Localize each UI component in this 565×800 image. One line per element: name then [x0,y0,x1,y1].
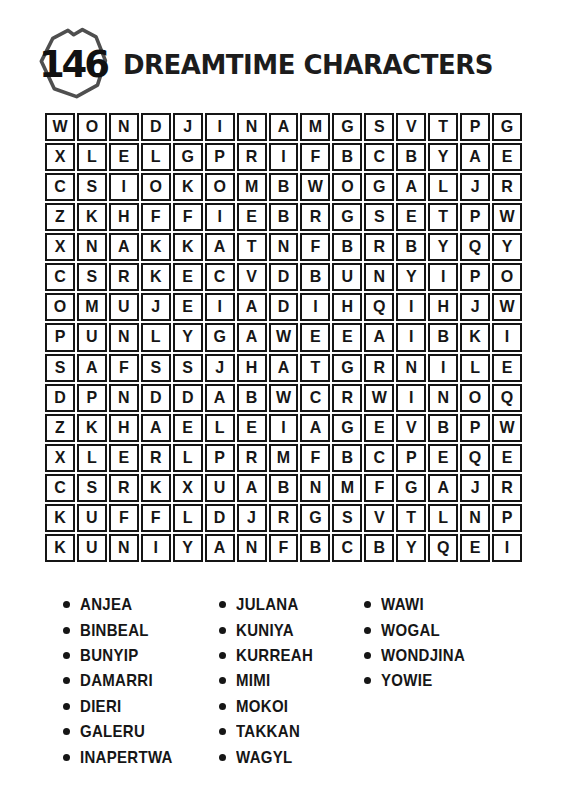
grid-cell[interactable]: V [396,113,426,141]
grid-cell[interactable]: I [492,534,522,562]
grid-letter: N [374,269,386,286]
grid-cell[interactable]: A [237,474,267,502]
grid-cell[interactable]: I [428,354,458,382]
grid-letter: R [501,179,513,196]
grid-cell[interactable]: E [492,143,522,171]
grid-cell[interactable]: J [460,293,490,321]
grid-cell[interactable]: F [109,504,139,532]
grid-cell[interactable]: E [237,414,267,442]
grid-cell[interactable]: D [269,293,299,321]
grid-cell[interactable]: J [141,293,171,321]
grid-cell[interactable]: O [460,384,490,412]
grid-cell[interactable]: Y [173,534,203,562]
grid-cell[interactable]: G [396,474,426,502]
grid-cell[interactable]: I [269,414,299,442]
grid-cell[interactable]: S [77,263,107,291]
bullet-icon [219,754,226,761]
grid-cell[interactable]: C [364,143,394,171]
grid-letter: Z [55,419,65,436]
word-list-item: INAPERTWA [63,744,173,769]
grid-letter: Q [469,449,481,466]
word-label: JULANA [236,596,299,614]
grid-cell[interactable]: W [364,384,394,412]
bullet-icon [219,677,226,684]
grid-cell[interactable]: M [332,474,362,502]
grid-letter: I [122,179,126,196]
grid-cell[interactable]: A [396,173,426,201]
grid-letter: P [214,449,225,466]
grid-letter: I [409,299,413,316]
grid-cell[interactable]: A [460,143,490,171]
grid-cell[interactable]: B [300,263,330,291]
grid-cell[interactable]: N [364,263,394,291]
grid-cell[interactable]: R [364,354,394,382]
grid-cell[interactable]: V [364,504,394,532]
grid-letter: E [118,449,129,466]
grid-cell[interactable]: O [141,173,171,201]
grid-cell[interactable]: G [332,414,362,442]
grid-cell[interactable]: E [428,444,458,472]
grid-letter: G [501,119,513,136]
grid-cell[interactable]: U [109,293,139,321]
grid-cell[interactable]: A [205,233,235,261]
grid-letter: A [246,329,258,346]
grid-letter: R [246,149,258,166]
grid-cell[interactable]: A [237,323,267,351]
grid-cell[interactable]: G [364,173,394,201]
grid-letter: Y [438,149,449,166]
grid-cell[interactable]: E [492,354,522,382]
grid-cell[interactable]: Y [428,143,458,171]
grid-cell[interactable]: A [237,293,267,321]
grid-cell[interactable]: B [269,203,299,231]
grid-cell[interactable]: P [460,113,490,141]
grid-cell[interactable]: P [396,444,426,472]
grid-cell[interactable]: A [205,384,235,412]
grid-letter: J [215,359,224,376]
grid-cell[interactable]: H [109,203,139,231]
grid-cell[interactable]: Y [396,263,426,291]
grid-cell[interactable]: L [205,414,235,442]
grid-cell[interactable]: B [332,444,362,472]
grid-cell[interactable]: J [460,474,490,502]
grid-cell[interactable]: E [396,203,426,231]
grid-letter: K [182,239,194,256]
grid-cell[interactable]: H [428,293,458,321]
grid-cell[interactable]: E [332,323,362,351]
grid-cell[interactable]: E [492,444,522,472]
grid-cell[interactable]: B [300,534,330,562]
grid-cell[interactable]: R [141,444,171,472]
grid-cell[interactable]: X [45,444,75,472]
grid-cell[interactable]: A [428,474,458,502]
grid-cell[interactable]: N [109,323,139,351]
grid-letter: H [342,299,354,316]
grid-cell[interactable]: E [300,323,330,351]
grid-letter: V [406,419,417,436]
grid-cell[interactable]: E [109,143,139,171]
grid-cell[interactable]: K [77,414,107,442]
grid-letter: F [151,209,161,226]
word-label: WONDJINA [381,646,465,664]
grid-cell[interactable]: S [141,354,171,382]
grid-cell[interactable]: B [332,233,362,261]
grid-cell[interactable]: K [45,534,75,562]
grid-cell[interactable]: E [237,203,267,231]
grid-cell[interactable]: C [300,384,330,412]
grid-cell[interactable]: K [141,474,171,502]
grid-cell[interactable]: F [364,474,394,502]
grid-cell[interactable]: O [205,173,235,201]
grid-cell[interactable]: F [269,534,299,562]
grid-cell[interactable]: B [428,323,458,351]
grid-cell[interactable]: H [237,354,267,382]
grid-letter: N [469,509,481,526]
grid-cell[interactable]: U [77,534,107,562]
grid-cell[interactable]: Q [460,444,490,472]
grid-cell[interactable]: C [45,263,75,291]
grid-cell[interactable]: B [396,143,426,171]
grid-cell[interactable]: P [77,384,107,412]
grid-cell[interactable]: I [396,384,426,412]
grid-cell[interactable]: C [45,173,75,201]
grid-letter: N [278,239,290,256]
grid-letter: I [441,269,445,286]
grid-cell[interactable]: E [173,414,203,442]
grid-cell[interactable]: S [77,474,107,502]
grid-cell[interactable]: Y [492,233,522,261]
grid-cell[interactable]: N [460,504,490,532]
grid-cell[interactable]: J [205,354,235,382]
grid-cell[interactable]: I [396,293,426,321]
grid-cell[interactable]: R [269,504,299,532]
grid-cell[interactable]: N [237,113,267,141]
grid-cell[interactable]: N [109,384,139,412]
grid-letter: R [310,209,322,226]
grid-letter: B [437,419,449,436]
word-list-column: WAWIWOGALWONDJINAYOWIE [364,592,465,694]
grid-cell[interactable]: J [460,173,490,201]
grid-cell[interactable]: P [460,414,490,442]
grid-cell[interactable]: D [269,263,299,291]
grid-letter: I [505,329,509,346]
grid-cell[interactable]: B [237,384,267,412]
grid-letter: A [246,479,258,496]
grid-cell[interactable]: L [460,354,490,382]
grid-cell[interactable]: R [492,474,522,502]
grid-cell[interactable]: P [460,203,490,231]
grid-cell[interactable]: L [428,173,458,201]
grid-cell[interactable]: T [300,354,330,382]
grid-letter: B [437,329,449,346]
grid-letter: D [150,389,162,406]
grid-letter: B [310,269,322,286]
grid-cell[interactable]: F [173,203,203,231]
grid-cell[interactable]: T [428,113,458,141]
grid-cell[interactable]: J [173,113,203,141]
puzzle-page: 146 DREAMTIME CHARACTERS WONDJINAMGSVTPG… [0,0,565,800]
grid-cell[interactable]: K [460,323,490,351]
word-list-item: JULANA [219,592,313,617]
grid-cell[interactable]: T [396,504,426,532]
grid-cell[interactable]: U [77,323,107,351]
grid-cell[interactable]: S [173,354,203,382]
grid-cell[interactable]: X [45,233,75,261]
grid-cell[interactable]: U [205,474,235,502]
grid-cell[interactable]: G [332,113,362,141]
grid-cell[interactable]: T [237,233,267,261]
grid-cell[interactable]: A [300,414,330,442]
grid-cell[interactable]: O [332,173,362,201]
grid-cell[interactable]: D [141,113,171,141]
grid-letter: P [406,449,417,466]
grid-cell[interactable]: X [173,474,203,502]
grid-letter: I [441,359,445,376]
grid-cell[interactable]: W [269,384,299,412]
grid-cell[interactable]: K [141,233,171,261]
grid-cell[interactable]: F [300,143,330,171]
grid-cell[interactable]: C [45,474,75,502]
grid-cell[interactable]: K [77,203,107,231]
grid-cell[interactable]: M [269,444,299,472]
grid-cell[interactable]: N [396,354,426,382]
grid-cell[interactable]: M [77,293,107,321]
grid-cell[interactable]: W [45,113,75,141]
bullet-icon [364,601,371,608]
grid-cell[interactable]: E [173,263,203,291]
grid-cell[interactable]: P [45,323,75,351]
grid-cell[interactable]: N [77,233,107,261]
grid-cell[interactable]: G [492,113,522,141]
grid-cell[interactable]: L [141,143,171,171]
grid-cell[interactable]: T [428,203,458,231]
grid-cell[interactable]: A [77,354,107,382]
grid-cell[interactable]: D [45,384,75,412]
grid-cell[interactable]: C [332,534,362,562]
grid-cell[interactable]: V [237,263,267,291]
grid-cell[interactable]: G [205,323,235,351]
grid-cell[interactable]: B [396,233,426,261]
grid-cell[interactable]: E [173,293,203,321]
grid-letter: U [86,509,98,526]
grid-cell[interactable]: E [364,414,394,442]
grid-cell[interactable]: O [45,293,75,321]
grid-letter: N [118,119,130,136]
grid-cell[interactable]: U [77,504,107,532]
grid-cell[interactable]: G [332,203,362,231]
grid-letter: E [470,540,481,557]
grid-cell[interactable]: S [45,354,75,382]
grid-cell[interactable]: I [269,143,299,171]
grid-cell[interactable]: D [141,384,171,412]
grid-cell[interactable]: Q [460,233,490,261]
grid-cell[interactable]: N [109,113,139,141]
grid-cell[interactable]: V [396,414,426,442]
grid-cell[interactable]: A [269,354,299,382]
grid-cell[interactable]: K [45,504,75,532]
grid-cell[interactable]: X [45,143,75,171]
grid-letter: E [502,359,513,376]
grid-cell[interactable]: P [492,504,522,532]
grid-letter: N [118,540,130,557]
word-label: ANJEA [80,596,132,614]
grid-cell[interactable]: R [237,444,267,472]
grid-cell[interactable]: I [109,173,139,201]
grid-cell[interactable]: A [269,113,299,141]
grid-cell[interactable]: A [205,534,235,562]
grid-letter: R [118,479,130,496]
grid-cell[interactable]: F [109,354,139,382]
grid-cell[interactable]: M [300,113,330,141]
grid-cell[interactable]: F [300,233,330,261]
word-list-item: DIERI [63,694,173,719]
grid-cell[interactable]: N [269,233,299,261]
grid-cell[interactable]: Q [428,534,458,562]
word-list-item: WAGYL [219,744,313,769]
grid-cell[interactable]: L [173,504,203,532]
grid-cell[interactable]: R [364,233,394,261]
grid-letter: L [438,179,448,196]
grid-cell[interactable]: I [141,534,171,562]
grid-cell[interactable]: S [77,173,107,201]
grid-cell[interactable]: R [332,384,362,412]
grid-cell[interactable]: R [109,474,139,502]
grid-cell[interactable]: L [77,444,107,472]
grid-letter: K [150,479,162,496]
grid-cell[interactable]: K [173,173,203,201]
grid-cell[interactable]: W [300,173,330,201]
grid-letter: E [342,329,353,346]
grid-cell[interactable]: I [205,203,235,231]
grid-letter: U [118,299,130,316]
grid-cell[interactable]: S [364,203,394,231]
grid-cell[interactable]: P [460,263,490,291]
grid-cell[interactable]: S [364,113,394,141]
grid-cell[interactable]: B [269,474,299,502]
grid-cell[interactable]: B [332,143,362,171]
grid-cell[interactable]: B [364,534,394,562]
grid-cell[interactable]: H [109,414,139,442]
grid-cell[interactable]: P [205,444,235,472]
grid-cell[interactable]: Q [492,384,522,412]
grid-cell[interactable]: E [109,444,139,472]
grid-letter: E [502,449,513,466]
grid-cell[interactable]: M [237,173,267,201]
word-list-items: JULANAKUNIYAKURREAHMIMIMOKOITAKKANWAGYL [219,592,313,770]
grid-letter: N [118,389,130,406]
grid-letter: O [150,179,162,196]
grid-cell[interactable]: I [492,323,522,351]
grid-letter: X [55,239,66,256]
grid-cell[interactable]: O [492,263,522,291]
grid-cell[interactable]: I [428,263,458,291]
grid-letter: L [87,149,97,166]
grid-cell[interactable]: K [173,233,203,261]
grid-cell[interactable]: L [428,504,458,532]
grid-cell[interactable]: N [237,534,267,562]
grid-letter: D [150,119,162,136]
grid-cell[interactable]: G [300,504,330,532]
grid-cell[interactable]: G [173,143,203,171]
grid-letter: J [151,299,160,316]
grid-cell[interactable]: N [300,474,330,502]
grid-letter: K [86,419,98,436]
grid-cell[interactable]: U [332,263,362,291]
grid-cell[interactable]: A [141,414,171,442]
grid-cell[interactable]: N [109,534,139,562]
grid-cell[interactable]: D [173,384,203,412]
grid-cell[interactable]: W [269,323,299,351]
grid-cell[interactable]: L [77,143,107,171]
grid-letter: L [151,329,161,346]
grid-letter: M [277,449,290,466]
grid-cell[interactable]: F [141,504,171,532]
grid-cell[interactable]: Q [364,293,394,321]
grid-letter: S [374,209,385,226]
grid-letter: S [182,359,193,376]
grid-cell[interactable]: Z [45,203,75,231]
grid-cell[interactable]: K [141,263,171,291]
grid-letter: F [119,359,129,376]
grid-cell[interactable]: D [205,504,235,532]
grid-cell[interactable]: Y [428,233,458,261]
grid-cell[interactable]: P [205,143,235,171]
word-label: WAGYL [236,748,293,766]
grid-cell[interactable]: W [492,414,522,442]
grid-cell[interactable]: F [300,444,330,472]
grid-letter: G [341,359,353,376]
grid-cell[interactable]: R [300,203,330,231]
grid-cell[interactable]: Y [396,534,426,562]
grid-cell[interactable]: A [364,323,394,351]
bullet-icon [364,652,371,659]
grid-cell[interactable]: B [269,173,299,201]
grid-cell[interactable]: J [237,504,267,532]
grid-letter: R [118,269,130,286]
grid-cell[interactable]: W [492,293,522,321]
grid-cell[interactable]: C [364,444,394,472]
grid-cell[interactable]: N [428,384,458,412]
grid-cell[interactable]: G [332,354,362,382]
word-list-item: TAKKAN [219,719,313,744]
grid-cell[interactable]: S [332,504,362,532]
grid-cell[interactable]: B [428,414,458,442]
grid-cell[interactable]: Y [173,323,203,351]
grid-cell[interactable]: I [396,323,426,351]
grid-cell[interactable]: F [141,203,171,231]
grid-cell[interactable]: A [109,233,139,261]
grid-letter: Q [373,299,385,316]
grid-cell[interactable]: I [205,293,235,321]
grid-cell[interactable]: R [109,263,139,291]
grid-letter: L [183,509,193,526]
grid-letter: I [505,540,509,557]
grid-cell[interactable]: L [173,444,203,472]
grid-cell[interactable]: E [460,534,490,562]
grid-cell[interactable]: I [205,113,235,141]
grid-cell[interactable]: Z [45,414,75,442]
grid-letter: N [310,479,322,496]
grid-cell[interactable]: O [77,113,107,141]
grid-letter: C [214,269,226,286]
grid-cell[interactable]: R [492,173,522,201]
grid-cell[interactable]: W [492,203,522,231]
grid-cell[interactable]: C [205,263,235,291]
grid-cell[interactable]: I [300,293,330,321]
grid-cell[interactable]: R [237,143,267,171]
grid-cell[interactable]: H [332,293,362,321]
grid-cell[interactable]: L [141,323,171,351]
